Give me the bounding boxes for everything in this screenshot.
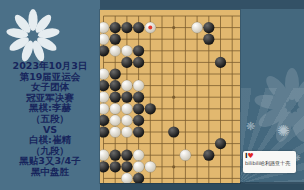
heart-icon: ♥ bbox=[248, 152, 254, 160]
match-info-panel: 2023年10月3日 第19届亚运会 女子团体 冠亚军决赛 黑棋:李赫 （五段）… bbox=[0, 0, 100, 190]
black-player-rank: （五段） bbox=[0, 114, 100, 125]
watermark-line2: bilibili哈利路亚十亮 bbox=[245, 160, 290, 166]
firework-icon: ❋ bbox=[246, 121, 255, 132]
match-date: 2023年10月3日 bbox=[0, 61, 100, 72]
video-frame: ❋ ✺ ❋ 2023年10月3日 第19届亚运会 女子团体 冠亚军决赛 黑棋:李… bbox=[0, 0, 304, 190]
watermark-line1: I♥ bbox=[245, 152, 294, 160]
result-info: 黑中盘胜 bbox=[0, 167, 100, 178]
firework-icon: ✺ bbox=[277, 124, 290, 139]
uploader-watermark: I♥ bilibili哈利路亚十亮 bbox=[243, 151, 296, 173]
flower-watermark-decoration bbox=[252, 46, 304, 166]
asian-games-flower-icon bbox=[2, 6, 64, 66]
bottom-letterbox-bar bbox=[100, 182, 304, 190]
go-board bbox=[100, 10, 240, 183]
match-info-text: 2023年10月3日 第19届亚运会 女子团体 冠亚军决赛 黑棋:李赫 （五段）… bbox=[0, 61, 100, 178]
